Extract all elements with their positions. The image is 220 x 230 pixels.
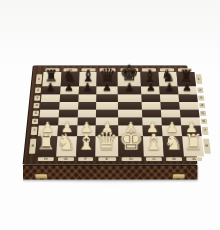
square[interactable]	[160, 102, 179, 110]
square[interactable]	[59, 102, 78, 110]
board-grid: HGFEDCBA1♜♞♝♛♚♝♞♜12♟♟♟♟♟♟♟♟2334455667♟♟♟…	[27, 68, 193, 162]
coordinate-text: 6	[32, 119, 39, 125]
square[interactable]	[97, 94, 118, 102]
square[interactable]	[161, 110, 180, 118]
file-label-near: E	[96, 156, 119, 161]
square[interactable]: ♟	[178, 86, 197, 94]
coordinate-text: 1	[36, 74, 43, 84]
square[interactable]	[118, 110, 142, 118]
square[interactable]: ♟	[42, 86, 61, 94]
chess-set-photo: HGFEDCBA1♜♞♝♛♚♝♞♜12♟♟♟♟♟♟♟♟2334455667♟♟♟…	[0, 0, 220, 230]
square[interactable]	[118, 94, 142, 102]
coordinate-text: B	[166, 157, 182, 161]
square[interactable]: ♜	[36, 136, 57, 156]
square[interactable]	[40, 102, 59, 110]
file-label-near: H	[36, 156, 56, 161]
square[interactable]	[96, 110, 118, 118]
dark-pawn[interactable]: ♟	[164, 82, 174, 93]
square[interactable]	[59, 94, 78, 102]
square[interactable]	[179, 102, 198, 110]
square[interactable]: ♚	[118, 136, 144, 156]
coordinate-text: 4	[199, 103, 206, 109]
square[interactable]: ♜	[182, 136, 204, 156]
square[interactable]	[41, 94, 60, 102]
rank-label: 3	[197, 94, 206, 102]
light-rook[interactable]: ♜	[36, 132, 56, 154]
light-king[interactable]: ♚	[118, 125, 143, 153]
square[interactable]	[118, 102, 142, 110]
coordinate-text: A	[186, 157, 202, 161]
file-label-near: D	[118, 156, 144, 161]
coordinate-text: E	[98, 157, 116, 161]
coordinate-text: 8	[203, 139, 211, 154]
light-rook[interactable]: ♜	[184, 132, 204, 154]
rank-label: 2	[196, 86, 205, 94]
square[interactable]	[58, 110, 77, 118]
coordinate-text: 1	[195, 74, 202, 84]
light-knight[interactable]: ♞	[164, 132, 184, 154]
square[interactable]: ♟	[60, 86, 79, 94]
frame-corner	[204, 156, 213, 161]
file-label-near: A	[184, 156, 204, 161]
square[interactable]	[142, 102, 161, 110]
square[interactable]	[77, 110, 96, 118]
chess-board: HGFEDCBA1♜♞♝♛♚♝♞♜12♟♟♟♟♟♟♟♟2334455667♟♟♟…	[23, 66, 198, 165]
square[interactable]	[180, 110, 200, 118]
square[interactable]	[78, 94, 97, 102]
file-label-near: C	[144, 156, 164, 161]
board-front-edge	[23, 165, 198, 180]
square[interactable]: ♟	[141, 86, 160, 94]
coordinate-text: G	[58, 157, 74, 161]
dark-pawn[interactable]: ♟	[64, 82, 74, 93]
coordinate-text: 5	[200, 111, 207, 117]
square[interactable]	[178, 94, 197, 102]
dark-pawn[interactable]: ♟	[183, 82, 193, 93]
square[interactable]	[78, 102, 97, 110]
square[interactable]: ♟	[78, 86, 97, 94]
square[interactable]	[160, 94, 179, 102]
dark-pawn[interactable]: ♟	[146, 82, 156, 93]
light-bishop[interactable]: ♝	[144, 132, 164, 154]
coordinate-text: C	[146, 157, 162, 161]
square[interactable]: ♝	[76, 136, 96, 156]
light-queen[interactable]: ♛	[96, 129, 119, 154]
square[interactable]: ♞	[56, 136, 77, 156]
coordinate-text: 3	[34, 95, 40, 100]
square[interactable]: ♟	[159, 86, 178, 94]
file-label-near: F	[76, 156, 96, 161]
light-knight[interactable]: ♞	[56, 132, 76, 154]
square[interactable]	[97, 102, 118, 110]
light-bishop[interactable]: ♝	[76, 132, 96, 154]
square[interactable]: ♛	[96, 136, 119, 156]
coordinate-text: 5	[33, 111, 40, 117]
coordinate-text: 3	[198, 95, 205, 100]
rank-label: 6	[199, 117, 208, 125]
coordinate-text: 2	[197, 87, 204, 93]
square[interactable]	[142, 110, 161, 118]
coordinate-text: F	[78, 157, 94, 161]
dark-pawn[interactable]: ♟	[102, 82, 112, 93]
square[interactable]	[141, 94, 160, 102]
rank-label: 4	[198, 102, 207, 110]
square[interactable]: ♝	[143, 136, 164, 156]
square[interactable]: ♞	[163, 136, 184, 156]
coordinate-text: H	[38, 157, 54, 161]
hinge-icon	[173, 174, 185, 178]
coordinate-text: 6	[200, 119, 207, 125]
file-label-near: G	[56, 156, 76, 161]
square[interactable]	[40, 110, 59, 118]
square[interactable]: ♟	[118, 86, 142, 94]
rank-label: 1	[194, 72, 203, 86]
file-label-near: B	[164, 156, 184, 161]
coordinate-text: 2	[35, 87, 41, 93]
dark-pawn[interactable]: ♟	[83, 82, 93, 93]
coordinate-text: 4	[33, 103, 39, 109]
dark-pawn[interactable]: ♟	[125, 82, 135, 93]
rank-label: 5	[198, 110, 207, 118]
dark-pawn[interactable]: ♟	[46, 82, 56, 93]
coordinate-text: D	[121, 157, 141, 161]
hinge-icon	[35, 174, 47, 178]
square[interactable]: ♟	[97, 86, 118, 94]
